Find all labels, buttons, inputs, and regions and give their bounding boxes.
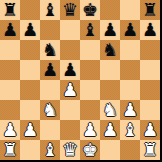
black-knight-icon[interactable]: ♞ [42, 40, 58, 60]
black-bishop-icon[interactable]: ♝ [42, 0, 58, 20]
white-rook-icon[interactable]: ♜ [142, 140, 158, 160]
square-g4[interactable] [120, 80, 140, 100]
square-g1[interactable] [120, 140, 140, 160]
square-e3[interactable] [80, 100, 100, 120]
square-a7[interactable]: ♟ [0, 20, 20, 40]
white-pawn-icon[interactable]: ♟ [82, 120, 98, 140]
square-h4[interactable] [140, 80, 160, 100]
white-bishop-icon[interactable]: ♝ [122, 120, 138, 140]
square-b2[interactable]: ♟ [20, 120, 40, 140]
square-f8[interactable] [100, 0, 120, 20]
square-a5[interactable] [0, 60, 20, 80]
square-c6[interactable]: ♞ [40, 40, 60, 60]
square-c5[interactable]: ♟ [40, 60, 60, 80]
chess-board: ♜♝♛♚♜♟♟♝♟♟♟♞♞♟♟♟♞♞♟♟♟♟♟♝♟♜♝♛♚♜ [0, 0, 160, 160]
square-g6[interactable] [120, 40, 140, 60]
black-pawn-icon[interactable]: ♟ [2, 20, 18, 40]
white-pawn-icon[interactable]: ♟ [102, 120, 118, 140]
square-h6[interactable] [140, 40, 160, 60]
black-pawn-icon[interactable]: ♟ [22, 20, 38, 40]
square-f2[interactable]: ♟ [100, 120, 120, 140]
square-h2[interactable]: ♟ [140, 120, 160, 140]
square-b4[interactable] [20, 80, 40, 100]
square-f5[interactable] [100, 60, 120, 80]
white-pawn-icon[interactable]: ♟ [62, 80, 78, 100]
square-g8[interactable] [120, 0, 140, 20]
square-g2[interactable]: ♝ [120, 120, 140, 140]
square-h5[interactable] [140, 60, 160, 80]
square-e2[interactable]: ♟ [80, 120, 100, 140]
square-b3[interactable] [20, 100, 40, 120]
chess-board-frame: ♜♝♛♚♜♟♟♝♟♟♟♞♞♟♟♟♞♞♟♟♟♟♟♝♟♜♝♛♚♜ [0, 0, 162, 162]
square-d6[interactable] [60, 40, 80, 60]
square-e7[interactable]: ♝ [80, 20, 100, 40]
white-rook-icon[interactable]: ♜ [2, 140, 18, 160]
square-g3[interactable]: ♟ [120, 100, 140, 120]
square-b8[interactable] [20, 0, 40, 20]
square-d3[interactable] [60, 100, 80, 120]
white-pawn-icon[interactable]: ♟ [22, 120, 38, 140]
square-f6[interactable]: ♞ [100, 40, 120, 60]
square-g5[interactable] [120, 60, 140, 80]
black-pawn-icon[interactable]: ♟ [62, 60, 78, 80]
black-pawn-icon[interactable]: ♟ [122, 20, 138, 40]
square-b5[interactable] [20, 60, 40, 80]
white-pawn-icon[interactable]: ♟ [2, 120, 18, 140]
white-bishop-icon[interactable]: ♝ [42, 140, 58, 160]
square-c7[interactable] [40, 20, 60, 40]
square-d2[interactable] [60, 120, 80, 140]
square-d1[interactable]: ♛ [60, 140, 80, 160]
black-bishop-icon[interactable]: ♝ [82, 20, 98, 40]
square-d5[interactable]: ♟ [60, 60, 80, 80]
square-c1[interactable]: ♝ [40, 140, 60, 160]
square-a8[interactable]: ♜ [0, 0, 20, 20]
square-h7[interactable]: ♟ [140, 20, 160, 40]
black-pawn-icon[interactable]: ♟ [42, 60, 58, 80]
white-pawn-icon[interactable]: ♟ [142, 120, 158, 140]
black-rook-icon[interactable]: ♜ [2, 0, 18, 20]
square-d4[interactable]: ♟ [60, 80, 80, 100]
black-rook-icon[interactable]: ♜ [142, 0, 158, 20]
white-queen-icon[interactable]: ♛ [62, 140, 78, 160]
square-f4[interactable] [100, 80, 120, 100]
square-b1[interactable] [20, 140, 40, 160]
square-h3[interactable] [140, 100, 160, 120]
square-f1[interactable] [100, 140, 120, 160]
white-knight-icon[interactable]: ♞ [42, 100, 58, 120]
square-h1[interactable]: ♜ [140, 140, 160, 160]
black-knight-icon[interactable]: ♞ [102, 40, 118, 60]
square-a2[interactable]: ♟ [0, 120, 20, 140]
square-g7[interactable]: ♟ [120, 20, 140, 40]
square-e5[interactable] [80, 60, 100, 80]
square-c8[interactable]: ♝ [40, 0, 60, 20]
square-e8[interactable]: ♚ [80, 0, 100, 20]
square-e4[interactable] [80, 80, 100, 100]
square-f7[interactable]: ♟ [100, 20, 120, 40]
square-a4[interactable] [0, 80, 20, 100]
square-e1[interactable]: ♚ [80, 140, 100, 160]
white-knight-icon[interactable]: ♞ [102, 100, 118, 120]
square-c3[interactable]: ♞ [40, 100, 60, 120]
square-h8[interactable]: ♜ [140, 0, 160, 20]
black-queen-icon[interactable]: ♛ [62, 0, 78, 20]
white-king-icon[interactable]: ♚ [82, 140, 98, 160]
black-pawn-icon[interactable]: ♟ [102, 20, 118, 40]
square-d7[interactable] [60, 20, 80, 40]
square-d8[interactable]: ♛ [60, 0, 80, 20]
square-a1[interactable]: ♜ [0, 140, 20, 160]
square-c2[interactable] [40, 120, 60, 140]
black-king-icon[interactable]: ♚ [82, 0, 98, 20]
square-b7[interactable]: ♟ [20, 20, 40, 40]
square-b6[interactable] [20, 40, 40, 60]
square-e6[interactable] [80, 40, 100, 60]
square-f3[interactable]: ♞ [100, 100, 120, 120]
white-pawn-icon[interactable]: ♟ [122, 100, 138, 120]
black-pawn-icon[interactable]: ♟ [142, 20, 158, 40]
square-c4[interactable] [40, 80, 60, 100]
square-a6[interactable] [0, 40, 20, 60]
square-a3[interactable] [0, 100, 20, 120]
